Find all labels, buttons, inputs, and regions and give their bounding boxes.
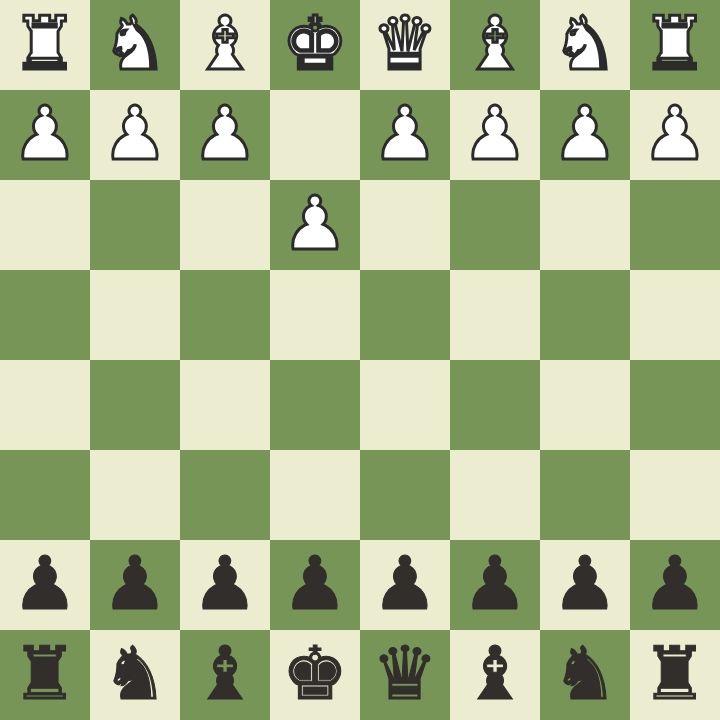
square-h8[interactable]: ♜ [0,630,90,720]
square-a4[interactable] [630,270,720,360]
square-h6[interactable] [0,450,90,540]
black-pawn[interactable]: ♟ [552,540,618,628]
black-knight[interactable]: ♞ [102,630,168,718]
square-d4[interactable] [360,270,450,360]
white-pawn[interactable]: ♟ [552,90,618,178]
square-d5[interactable] [360,360,450,450]
square-f6[interactable] [180,450,270,540]
square-a5[interactable] [630,360,720,450]
square-b2[interactable]: ♟ [540,90,630,180]
white-rook[interactable]: ♜ [642,0,708,88]
square-g1[interactable]: ♞ [90,0,180,90]
square-e2[interactable] [270,90,360,180]
white-queen[interactable]: ♛ [372,0,438,88]
square-e8[interactable]: ♚ [270,630,360,720]
square-b7[interactable]: ♟ [540,540,630,630]
square-e3[interactable]: ♟ [270,180,360,270]
square-g3[interactable] [90,180,180,270]
square-h3[interactable] [0,180,90,270]
square-g5[interactable] [90,360,180,450]
square-g4[interactable] [90,270,180,360]
white-pawn[interactable]: ♟ [642,90,708,178]
square-b1[interactable]: ♞ [540,0,630,90]
black-bishop[interactable]: ♝ [192,630,258,718]
square-f8[interactable]: ♝ [180,630,270,720]
square-a3[interactable] [630,180,720,270]
square-d3[interactable] [360,180,450,270]
square-h1[interactable]: ♜ [0,0,90,90]
square-f4[interactable] [180,270,270,360]
square-c5[interactable] [450,360,540,450]
square-h2[interactable]: ♟ [0,90,90,180]
square-e6[interactable] [270,450,360,540]
square-g6[interactable] [90,450,180,540]
square-d6[interactable] [360,450,450,540]
square-b8[interactable]: ♞ [540,630,630,720]
square-c3[interactable] [450,180,540,270]
square-f7[interactable]: ♟ [180,540,270,630]
square-a7[interactable]: ♟ [630,540,720,630]
square-b4[interactable] [540,270,630,360]
black-pawn[interactable]: ♟ [372,540,438,628]
black-pawn[interactable]: ♟ [462,540,528,628]
black-pawn[interactable]: ♟ [642,540,708,628]
square-f3[interactable] [180,180,270,270]
white-knight[interactable]: ♞ [102,0,168,88]
white-pawn[interactable]: ♟ [462,90,528,178]
white-pawn[interactable]: ♟ [192,90,258,178]
white-knight[interactable]: ♞ [552,0,618,88]
black-king[interactable]: ♚ [282,630,348,718]
square-f1[interactable]: ♝ [180,0,270,90]
black-knight[interactable]: ♞ [552,630,618,718]
black-pawn[interactable]: ♟ [102,540,168,628]
square-h5[interactable] [0,360,90,450]
square-d7[interactable]: ♟ [360,540,450,630]
square-c4[interactable] [450,270,540,360]
square-c8[interactable]: ♝ [450,630,540,720]
black-pawn[interactable]: ♟ [192,540,258,628]
white-pawn[interactable]: ♟ [372,90,438,178]
square-d8[interactable]: ♛ [360,630,450,720]
square-g8[interactable]: ♞ [90,630,180,720]
square-c7[interactable]: ♟ [450,540,540,630]
black-rook[interactable]: ♜ [642,630,708,718]
white-king[interactable]: ♚ [282,0,348,88]
white-pawn[interactable]: ♟ [282,180,348,268]
square-a1[interactable]: ♜ [630,0,720,90]
square-b5[interactable] [540,360,630,450]
white-bishop[interactable]: ♝ [192,0,258,88]
chess-board: ♜♞♝♚♛♝♞♜♟♟♟♟♟♟♟♟♟♟♟♟♟♟♟♟♜♞♝♚♛♝♞♜ [0,0,720,720]
square-f2[interactable]: ♟ [180,90,270,180]
square-a6[interactable] [630,450,720,540]
black-rook[interactable]: ♜ [12,630,78,718]
square-g2[interactable]: ♟ [90,90,180,180]
black-pawn[interactable]: ♟ [282,540,348,628]
white-rook[interactable]: ♜ [12,0,78,88]
square-a8[interactable]: ♜ [630,630,720,720]
square-h7[interactable]: ♟ [0,540,90,630]
black-bishop[interactable]: ♝ [462,630,528,718]
black-queen[interactable]: ♛ [372,630,438,718]
square-d1[interactable]: ♛ [360,0,450,90]
black-pawn[interactable]: ♟ [12,540,78,628]
square-e7[interactable]: ♟ [270,540,360,630]
square-c6[interactable] [450,450,540,540]
square-f5[interactable] [180,360,270,450]
square-c1[interactable]: ♝ [450,0,540,90]
square-h4[interactable] [0,270,90,360]
square-d2[interactable]: ♟ [360,90,450,180]
square-c2[interactable]: ♟ [450,90,540,180]
square-e5[interactable] [270,360,360,450]
square-e4[interactable] [270,270,360,360]
square-a2[interactable]: ♟ [630,90,720,180]
white-pawn[interactable]: ♟ [102,90,168,178]
white-bishop[interactable]: ♝ [462,0,528,88]
square-b6[interactable] [540,450,630,540]
square-g7[interactable]: ♟ [90,540,180,630]
square-e1[interactable]: ♚ [270,0,360,90]
white-pawn[interactable]: ♟ [12,90,78,178]
square-b3[interactable] [540,180,630,270]
